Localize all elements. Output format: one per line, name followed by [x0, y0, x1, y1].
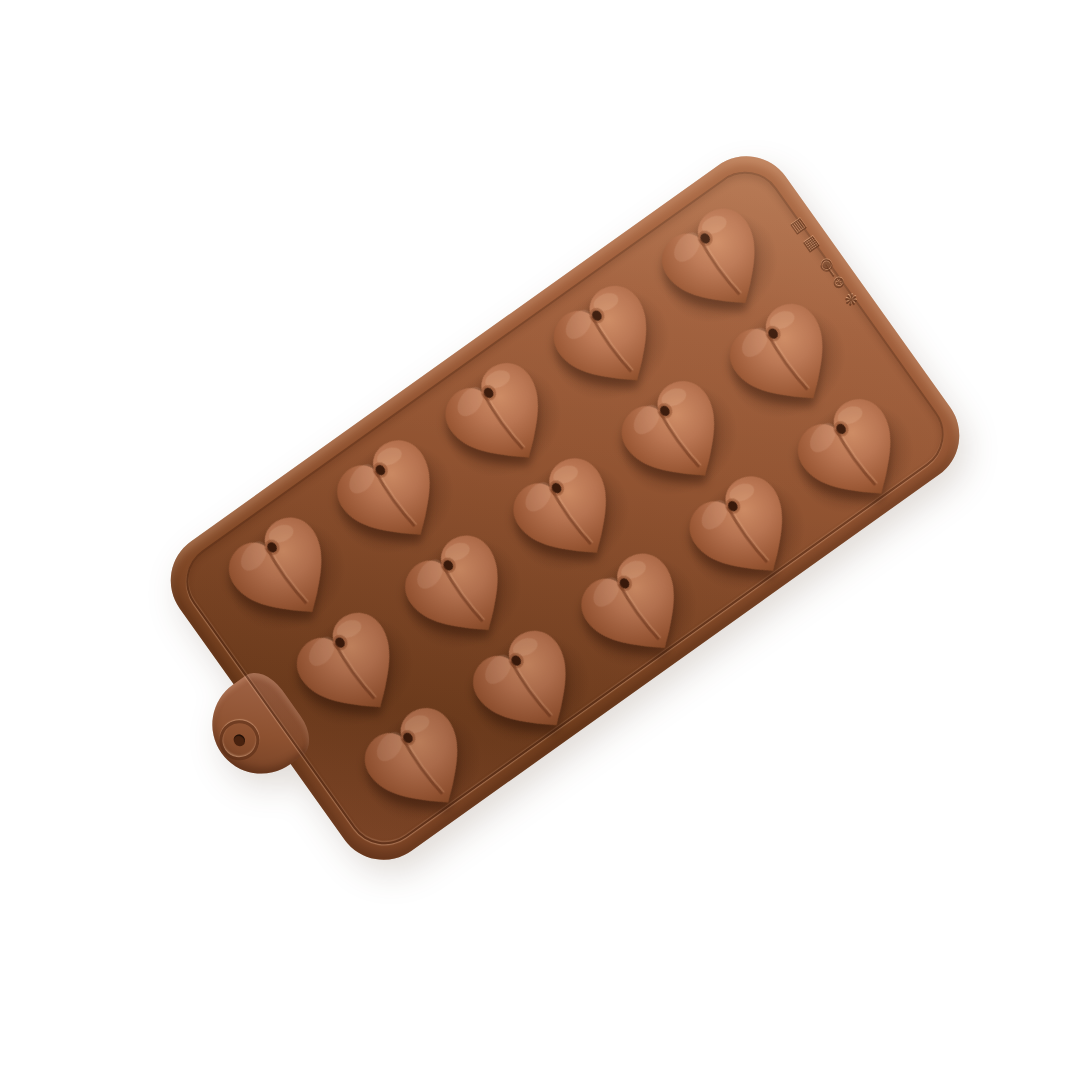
mold-tray-wrapper: ▥▦丨◉⊛❋	[193, 318, 937, 698]
silicone-mold-tray: ▥▦丨◉⊛❋	[152, 137, 978, 878]
product-photo: ▥▦丨◉⊛❋	[0, 0, 1080, 1080]
hanging-hole	[211, 712, 267, 768]
